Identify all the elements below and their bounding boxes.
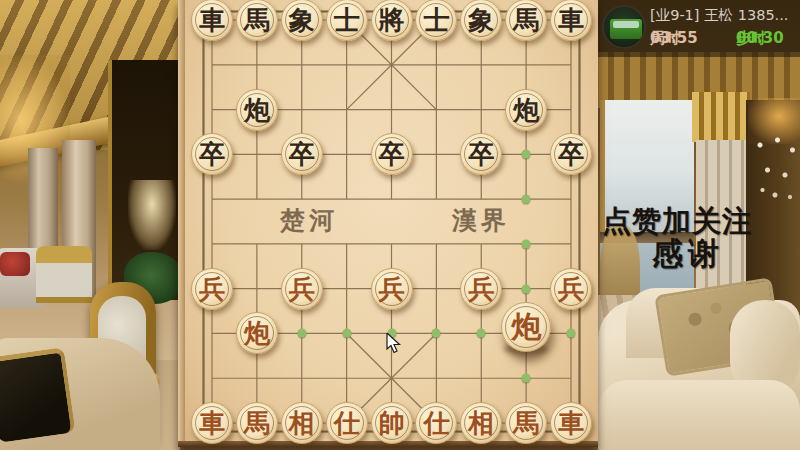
black-馬-piece[interactable]: 馬 [236, 0, 278, 41]
red-相-piece[interactable]: 相 [281, 402, 323, 444]
couch-seat-cushion [598, 380, 800, 450]
red-兵-piece[interactable]: 兵 [281, 268, 323, 310]
move-hint-dot[interactable] [522, 374, 531, 383]
black-卒-piece[interactable]: 卒 [371, 133, 413, 175]
black-象-piece[interactable]: 象 [281, 0, 323, 41]
player-info-bar: [业9-1] 王松 1385... 局时 03:55 步时 00:30 [598, 0, 800, 57]
red-相-piece[interactable]: 相 [460, 402, 502, 444]
black-卒-piece[interactable]: 卒 [191, 133, 233, 175]
dark-tasseled-pillow [0, 347, 76, 443]
red-馬-piece[interactable]: 馬 [505, 402, 547, 444]
player-avatar[interactable] [602, 5, 646, 49]
thanks-text: 感谢 [652, 233, 724, 275]
red-馬-piece[interactable]: 馬 [236, 402, 278, 444]
stream-frame: 楚河 漢界 車馬象士將士象馬車炮炮卒卒卒卒卒兵兵兵兵兵炮炮車馬相仕帥仕相馬車 [… [0, 0, 800, 450]
black-卒-piece[interactable]: 卒 [281, 133, 323, 175]
black-卒-piece[interactable]: 卒 [460, 133, 502, 175]
player-name: [业9-1] 王松 1385... [650, 5, 800, 25]
truck-windshield [613, 21, 639, 28]
red-炮-piece[interactable]: 炮 [501, 302, 551, 352]
red-帥-piece[interactable]: 帥 [371, 402, 413, 444]
move-hint-dot[interactable] [522, 150, 531, 159]
move-hint-dot[interactable] [342, 329, 351, 338]
move-hint-dot[interactable] [477, 329, 486, 338]
left-room-background [0, 0, 180, 450]
mouse-cursor [386, 333, 402, 355]
red-仕-piece[interactable]: 仕 [326, 402, 368, 444]
step-time-value: 00:30 [736, 29, 784, 47]
black-卒-piece[interactable]: 卒 [550, 133, 592, 175]
red-仕-piece[interactable]: 仕 [415, 402, 457, 444]
red-炮-piece[interactable]: 炮 [236, 312, 278, 354]
corinthian-capital [692, 92, 750, 142]
black-車-piece[interactable]: 車 [550, 0, 592, 41]
move-hint-dot[interactable] [522, 195, 531, 204]
game-time-value: 03:55 [650, 29, 698, 47]
black-士-piece[interactable]: 士 [326, 0, 368, 41]
black-炮-piece[interactable]: 炮 [505, 89, 547, 131]
red-兵-piece[interactable]: 兵 [550, 268, 592, 310]
red-兵-piece[interactable]: 兵 [460, 268, 502, 310]
board-grid [178, 0, 598, 447]
red-車-piece[interactable]: 車 [191, 402, 233, 444]
move-hint-dot[interactable] [522, 239, 531, 248]
move-hint-dot[interactable] [567, 329, 576, 338]
black-將-piece[interactable]: 將 [371, 0, 413, 41]
black-象-piece[interactable]: 象 [460, 0, 502, 41]
move-hint-dot[interactable] [432, 329, 441, 338]
black-士-piece[interactable]: 士 [415, 0, 457, 41]
move-hint-dot[interactable] [522, 284, 531, 293]
river-label-han-jie: 漢界 [452, 204, 510, 237]
red-兵-piece[interactable]: 兵 [371, 268, 413, 310]
black-馬-piece[interactable]: 馬 [505, 0, 547, 41]
black-炮-piece[interactable]: 炮 [236, 89, 278, 131]
move-hint-dot[interactable] [297, 329, 306, 338]
black-車-piece[interactable]: 車 [191, 0, 233, 41]
red-兵-piece[interactable]: 兵 [191, 268, 233, 310]
river-label-chu-he: 楚河 [280, 204, 338, 237]
red-車-piece[interactable]: 車 [550, 402, 592, 444]
chandelier [128, 180, 176, 250]
xiangqi-board[interactable]: 楚河 漢界 車馬象士將士象馬車炮炮卒卒卒卒卒兵兵兵兵兵炮炮車馬相仕帥仕相馬車 [178, 0, 598, 447]
red-pillow [0, 252, 30, 276]
